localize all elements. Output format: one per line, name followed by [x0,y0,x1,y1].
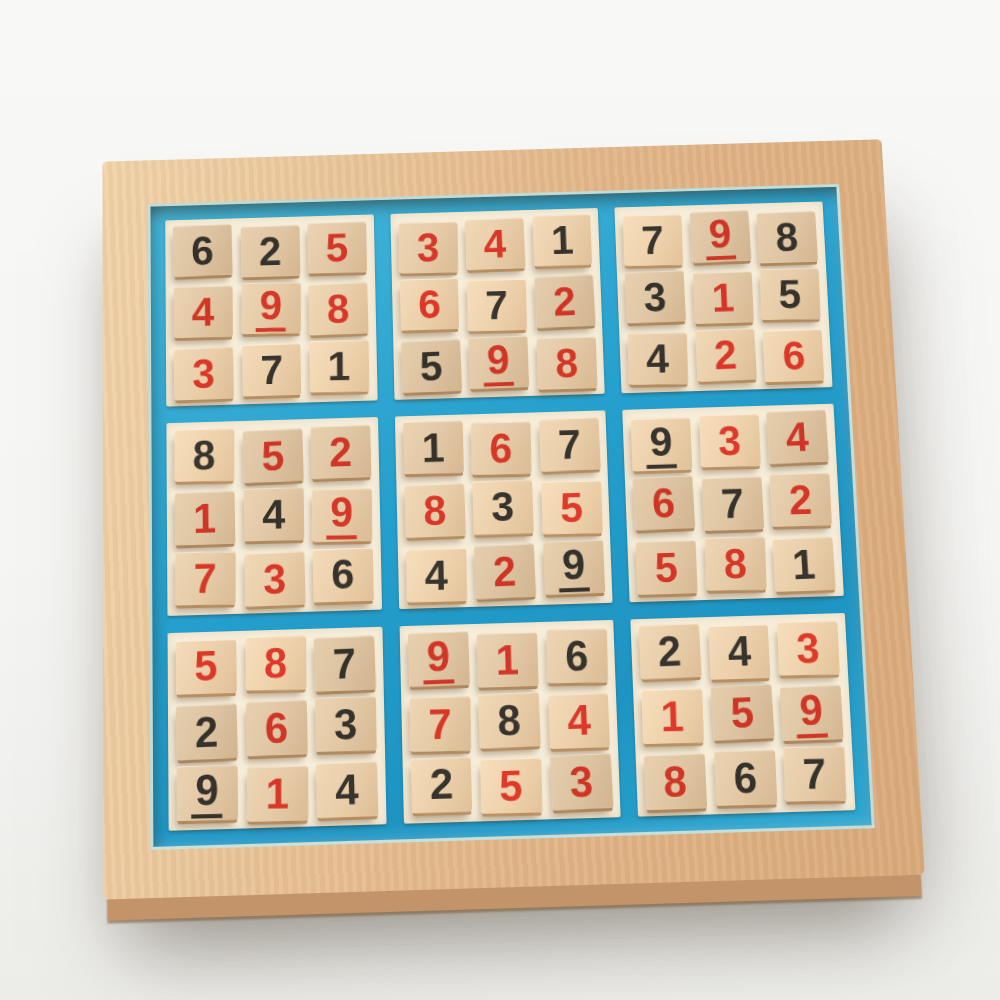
tile-digit: 6 [331,553,355,596]
tile-digit: 8 [193,435,216,477]
block-2-2: 167835429 [395,411,613,609]
cell-r8c4[interactable]: 7 [409,696,470,751]
tile-digit: 3 [334,702,358,746]
tile-digit: 8 [663,760,688,804]
tile-digit: 1 [791,542,817,585]
cell-r1c8[interactable]: 9 [689,210,750,263]
cell-r2c5[interactable]: 7 [467,279,527,331]
tile-digit: 7 [641,220,665,260]
cell-r5c8[interactable]: 7 [701,477,763,532]
tile-digit: 1 [550,220,574,261]
tile-digit: 5 [778,274,802,315]
tile-digit: 6 [733,756,758,800]
tile-digit: 9 [255,285,285,332]
tile-digit: 2 [713,334,738,376]
cell-r5c2[interactable]: 4 [243,488,303,542]
cell-r7c7[interactable]: 2 [639,623,702,679]
cell-r7c6[interactable]: 6 [546,628,607,683]
block-3-2: 916784253 [399,620,621,824]
cell-r4c5[interactable]: 6 [471,422,531,475]
cell-r6c2[interactable]: 3 [244,551,305,607]
tile-digit: 8 [422,490,446,533]
cell-r2c6[interactable]: 2 [534,275,595,329]
tile-digit: 4 [727,630,752,673]
cell-r7c1[interactable]: 5 [176,639,237,695]
tile-digit: 2 [657,629,682,672]
tile-digit: 6 [191,230,214,271]
tile-digit: 1 [265,772,288,816]
cell-r3c9[interactable]: 6 [763,329,824,382]
cell-r8c1[interactable]: 2 [176,703,238,760]
tile-digit: 6 [781,335,806,376]
cell-r5c3[interactable]: 9 [312,489,372,543]
tile-digit: 5 [560,487,584,529]
cell-r9c4[interactable]: 2 [410,757,472,814]
cell-r4c7[interactable]: 9 [631,418,692,472]
cell-r4c4[interactable]: 1 [403,421,463,475]
tile-digit: 5 [419,345,443,387]
tile-digit: 6 [565,634,589,677]
cell-r5c5[interactable]: 3 [472,480,533,534]
tile-digit: 3 [796,626,821,669]
tile-digit: 6 [489,428,512,470]
tile-digit: 5 [654,546,678,589]
cell-r5c6[interactable]: 5 [541,481,602,535]
tile-digit: 9 [704,213,737,260]
tile-digit: 1 [661,694,686,737]
cell-r1c3[interactable]: 5 [308,222,367,274]
tile-digit: 9 [645,421,678,469]
cell-r1c6[interactable]: 1 [532,214,592,266]
tile-digit: 2 [258,231,281,272]
tile-digit: 2 [789,479,814,521]
cell-r7c9[interactable]: 3 [777,620,839,675]
cell-r4c2[interactable]: 5 [242,429,303,484]
cell-r1c5[interactable]: 4 [465,217,525,270]
tile-digit: 8 [326,288,350,329]
tile-digit: 7 [803,752,828,796]
board-well: 6254983713416725987983154268521497361678… [148,184,875,850]
tile-digit: 9 [557,543,590,592]
tile-digit: 8 [723,542,747,584]
cell-r3c2[interactable]: 7 [242,343,302,396]
tile-digit: 9 [422,634,455,684]
cell-r6c4[interactable]: 4 [406,548,467,602]
block-2-1: 852149736 [166,417,381,615]
tile-digit: 3 [262,557,286,600]
block-1-3: 798315426 [615,202,833,394]
cell-r1c9[interactable]: 8 [757,211,818,264]
tile-digit: 2 [429,763,453,807]
tile-digit: 3 [416,227,439,267]
cell-r6c7[interactable]: 5 [636,540,698,595]
tile-digit: 1 [495,638,519,681]
cell-r8c7[interactable]: 1 [642,688,704,743]
tile-digit: 9 [483,339,515,387]
block-1-2: 341672598 [390,208,605,400]
tile-digit: 5 [499,764,523,808]
tile-digit: 8 [775,217,800,258]
block-3-3: 243159867 [631,613,856,817]
cell-r2c9[interactable]: 5 [760,268,820,320]
tile-digit: 3 [643,277,667,318]
cell-r5c4[interactable]: 8 [404,484,465,539]
cell-r7c2[interactable]: 8 [245,635,305,690]
tile-digit: 4 [262,494,285,536]
tile-digit: 5 [729,690,755,734]
tile-digit: 2 [329,431,353,473]
tile-digit: 5 [194,645,218,688]
cell-r6c8[interactable]: 8 [705,536,766,590]
tile-digit: 9 [795,688,829,738]
cell-r9c1[interactable]: 9 [177,765,238,821]
tile-digit: 7 [260,349,283,390]
tile-digit: 5 [326,227,349,268]
tile-digit: 2 [194,710,218,754]
cell-r6c9[interactable]: 1 [773,536,836,591]
block-2-3: 934672581 [623,404,844,602]
block-3-1: 587263914 [168,626,387,830]
tile-digit: 7 [332,642,357,686]
tile-digit: 6 [651,482,676,525]
tile-digit: 1 [193,497,216,540]
tile-digit: 7 [428,702,452,745]
cell-r9c3[interactable]: 4 [316,761,378,818]
cell-r5c1[interactable]: 1 [175,491,235,546]
cell-r4c1[interactable]: 8 [174,429,233,482]
tile-digit: 7 [485,285,508,326]
cell-r2c3[interactable]: 8 [308,282,368,335]
sudoku-board: 6254983713416725987983154268521497361678… [102,139,924,899]
tile-digit: 5 [261,435,285,477]
cell-r5c7[interactable]: 6 [633,476,695,531]
tile-digit: 4 [424,553,448,596]
tile-digit: 4 [335,767,360,811]
cell-r9c8[interactable]: 6 [714,750,777,806]
cell-r4c3[interactable]: 2 [311,425,372,479]
cell-r5c9[interactable]: 2 [770,473,832,527]
cell-r8c6[interactable]: 4 [548,693,610,749]
cell-r6c6[interactable]: 9 [543,540,605,595]
tile-digit: 9 [191,768,223,818]
cell-r1c4[interactable]: 3 [398,222,457,274]
block-1-1: 625498371 [165,214,377,406]
cell-r9c7[interactable]: 8 [644,753,707,810]
tile-digit: 3 [717,420,741,462]
cell-r1c1[interactable]: 6 [173,224,233,277]
cell-r3c3[interactable]: 1 [310,340,369,393]
tile-digit: 4 [192,291,215,332]
cell-r8c8[interactable]: 5 [710,684,774,741]
tile-grid: 6254983713416725987983154268521497361678… [165,202,855,831]
tile-digit: 6 [264,706,288,750]
cell-r2c1[interactable]: 4 [174,286,233,339]
cell-r8c9[interactable]: 9 [780,685,843,741]
wooden-frame: 6254983713416725987983154268521497361678… [102,139,924,899]
cell-r7c4[interactable]: 9 [407,631,469,687]
tile-digit: 3 [491,486,515,528]
tile-digit: 1 [711,277,735,318]
cell-r9c5[interactable]: 5 [480,758,542,814]
cell-r3c1[interactable]: 3 [174,347,234,401]
cell-r2c2[interactable]: 9 [241,282,300,334]
tile-digit: 1 [421,427,445,469]
tile-digit: 4 [567,699,592,743]
cell-r6c3[interactable]: 6 [313,547,374,602]
tile-digit: 6 [418,284,442,325]
tile-digit: 4 [785,416,811,458]
cell-r2c8[interactable]: 1 [693,272,754,325]
tile-digit: 4 [483,223,507,264]
cell-r9c9[interactable]: 7 [784,746,847,802]
cell-r6c5[interactable]: 2 [474,543,536,599]
cell-r3c5[interactable]: 9 [468,336,529,390]
cell-r8c5[interactable]: 8 [478,692,541,749]
tile-digit: 7 [557,424,582,466]
cell-r2c7[interactable]: 3 [625,271,686,324]
tile-digit: 7 [194,557,217,599]
cell-r9c2[interactable]: 1 [246,766,307,822]
tile-digit: 3 [568,759,593,803]
tile-digit: 8 [497,698,522,742]
tile-digit: 4 [646,338,670,379]
tile-digit: 1 [328,346,351,387]
cell-r7c5[interactable]: 1 [477,632,539,687]
cell-r3c7[interactable]: 4 [628,333,688,385]
tile-digit: 8 [264,641,287,684]
tile-digit: 8 [555,343,579,384]
cell-r8c2[interactable]: 6 [245,700,306,756]
tile-digit: 7 [720,483,745,525]
cell-r6c1[interactable]: 7 [175,551,235,605]
tile-digit: 2 [492,549,517,592]
cell-r3c8[interactable]: 2 [695,328,757,382]
cell-r4c6[interactable]: 7 [539,418,601,473]
cell-r4c9[interactable]: 4 [766,410,829,465]
cell-r1c7[interactable]: 7 [623,214,683,266]
photo-background: 6254983713416725987983154268521497361678… [0,0,1000,1000]
cell-r2c4[interactable]: 6 [399,278,459,331]
cell-r7c8[interactable]: 4 [708,624,771,680]
cell-r8c3[interactable]: 3 [315,696,376,752]
cell-r1c2[interactable]: 2 [240,225,299,278]
tile-digit: 2 [552,281,577,322]
tile-digit: 3 [192,353,215,395]
cell-r3c6[interactable]: 8 [536,337,596,390]
cell-r4c8[interactable]: 3 [699,414,760,467]
tile-digit: 9 [326,492,357,540]
cell-r3c4[interactable]: 5 [400,339,461,393]
cell-r9c6[interactable]: 3 [549,753,612,811]
cell-r7c3[interactable]: 7 [314,635,376,692]
